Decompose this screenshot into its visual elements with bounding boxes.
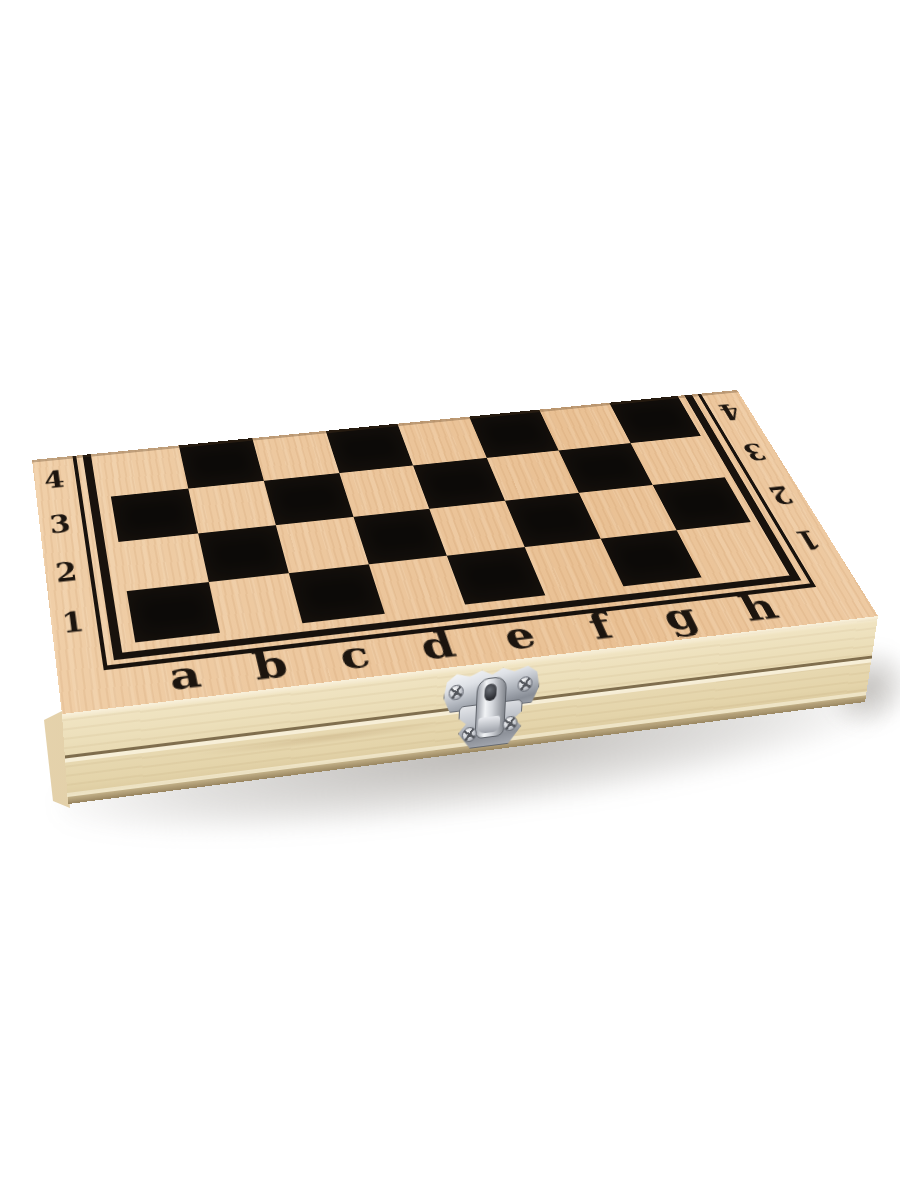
- file-label-h: h: [734, 589, 784, 626]
- latch-hook: [474, 676, 507, 740]
- file-label-f: f: [583, 608, 618, 644]
- latch: [439, 662, 542, 752]
- rank-label-left-4: 4: [43, 467, 66, 492]
- chess-box-photo: abcdefgh 4321 4321: [0, 0, 900, 1200]
- file-label-d: d: [415, 626, 459, 665]
- board-cell: [208, 573, 302, 633]
- file-label-a: a: [166, 655, 204, 695]
- rank-label-right-4: 4: [715, 400, 745, 422]
- rank-label-left-3: 3: [48, 511, 72, 537]
- file-label-e: e: [498, 617, 541, 655]
- rank-label-right-3: 3: [739, 440, 771, 464]
- rank-label-right-2: 2: [764, 482, 797, 507]
- file-label-c: c: [335, 636, 374, 675]
- latch-hook-tab: [478, 715, 501, 734]
- latch-hook-slot: [484, 683, 497, 702]
- board-cell: [127, 582, 220, 643]
- rank-label-left-2: 2: [54, 558, 79, 586]
- rank-label-right-1: 1: [791, 527, 825, 554]
- file-label-b: b: [249, 645, 291, 685]
- file-label-g: g: [656, 598, 704, 635]
- board-cell: [289, 564, 385, 623]
- board-cell: [276, 517, 368, 573]
- rank-label-left-1: 1: [60, 608, 86, 638]
